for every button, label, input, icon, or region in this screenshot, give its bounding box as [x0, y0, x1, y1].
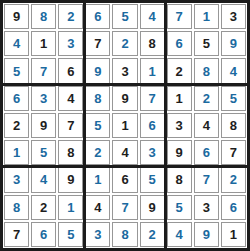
cell-r7c8[interactable]: 7 [194, 167, 219, 192]
cell-r6c8[interactable]: 6 [194, 140, 219, 165]
cell-r8c4[interactable]: 4 [85, 195, 110, 220]
cell-r6c7[interactable]: 9 [167, 140, 192, 165]
cell-r6c9[interactable]: 7 [221, 140, 246, 165]
cell-r7c7[interactable]: 8 [167, 167, 192, 192]
cell-r1c4[interactable]: 6 [85, 4, 110, 29]
box-divider-vertical-2 [164, 3, 167, 248]
cell-r8c3[interactable]: 1 [58, 195, 83, 220]
cell-r1c3[interactable]: 2 [58, 4, 83, 29]
cell-r8c2[interactable]: 2 [31, 195, 56, 220]
cell-r9c8[interactable]: 9 [194, 222, 219, 247]
cell-r4c8[interactable]: 2 [194, 86, 219, 111]
cell-r7c6[interactable]: 5 [140, 167, 165, 192]
cell-r1c7[interactable]: 7 [167, 4, 192, 29]
cell-r4c5[interactable]: 9 [112, 86, 137, 111]
cell-r4c9[interactable]: 5 [221, 86, 246, 111]
box-divider-vertical-1 [83, 3, 86, 248]
cell-r1c1[interactable]: 9 [4, 4, 29, 29]
cell-r8c6[interactable]: 9 [140, 195, 165, 220]
cell-r6c4[interactable]: 2 [85, 140, 110, 165]
cell-r5c9[interactable]: 8 [221, 113, 246, 138]
cell-r2c3[interactable]: 3 [58, 31, 83, 56]
cell-r2c4[interactable]: 7 [85, 31, 110, 56]
cell-r5c4[interactable]: 5 [85, 113, 110, 138]
sudoku-grid: 9826547134137286595769312846348971252975… [3, 3, 247, 248]
cell-r2c8[interactable]: 5 [194, 31, 219, 56]
cell-r3c5[interactable]: 3 [112, 58, 137, 83]
cell-r8c9[interactable]: 6 [221, 195, 246, 220]
cell-r1c8[interactable]: 1 [194, 4, 219, 29]
cell-r1c9[interactable]: 3 [221, 4, 246, 29]
cell-r8c8[interactable]: 3 [194, 195, 219, 220]
cell-r8c1[interactable]: 8 [4, 195, 29, 220]
cell-r7c3[interactable]: 9 [58, 167, 83, 192]
cell-r2c2[interactable]: 1 [31, 31, 56, 56]
cell-r9c1[interactable]: 7 [4, 222, 29, 247]
cell-r7c1[interactable]: 3 [4, 167, 29, 192]
cell-r9c9[interactable]: 1 [221, 222, 246, 247]
cell-r9c4[interactable]: 3 [85, 222, 110, 247]
cell-r9c5[interactable]: 8 [112, 222, 137, 247]
cell-r5c5[interactable]: 1 [112, 113, 137, 138]
cell-r1c5[interactable]: 5 [112, 4, 137, 29]
cell-r5c1[interactable]: 2 [4, 113, 29, 138]
cell-r6c2[interactable]: 5 [31, 140, 56, 165]
cell-r3c3[interactable]: 6 [58, 58, 83, 83]
cell-r7c2[interactable]: 4 [31, 167, 56, 192]
cell-r6c6[interactable]: 3 [140, 140, 165, 165]
cell-r2c1[interactable]: 4 [4, 31, 29, 56]
cell-r2c6[interactable]: 8 [140, 31, 165, 56]
cell-r9c6[interactable]: 2 [140, 222, 165, 247]
cell-r5c6[interactable]: 6 [140, 113, 165, 138]
cell-r3c9[interactable]: 4 [221, 58, 246, 83]
cell-r2c9[interactable]: 9 [221, 31, 246, 56]
cell-r7c9[interactable]: 2 [221, 167, 246, 192]
cell-r3c1[interactable]: 5 [4, 58, 29, 83]
cell-r5c8[interactable]: 4 [194, 113, 219, 138]
cell-r1c6[interactable]: 4 [140, 4, 165, 29]
cell-r5c2[interactable]: 9 [31, 113, 56, 138]
cell-r4c4[interactable]: 8 [85, 86, 110, 111]
cell-r5c7[interactable]: 3 [167, 113, 192, 138]
cell-r3c6[interactable]: 1 [140, 58, 165, 83]
cell-r4c7[interactable]: 1 [167, 86, 192, 111]
cell-r3c8[interactable]: 8 [194, 58, 219, 83]
cell-r4c3[interactable]: 4 [58, 86, 83, 111]
cell-r7c4[interactable]: 1 [85, 167, 110, 192]
cell-r2c5[interactable]: 2 [112, 31, 137, 56]
cell-r4c2[interactable]: 3 [31, 86, 56, 111]
sudoku-board: 9826547134137286595769312846348971252975… [0, 0, 250, 251]
cell-r7c5[interactable]: 6 [112, 167, 137, 192]
cell-r9c7[interactable]: 4 [167, 222, 192, 247]
cell-r6c5[interactable]: 4 [112, 140, 137, 165]
cell-r2c7[interactable]: 6 [167, 31, 192, 56]
cell-r6c1[interactable]: 1 [4, 140, 29, 165]
cell-r3c2[interactable]: 7 [31, 58, 56, 83]
cell-r4c1[interactable]: 6 [4, 86, 29, 111]
box-divider-horizontal-2 [3, 165, 247, 168]
box-divider-horizontal-1 [3, 83, 247, 86]
cell-r9c2[interactable]: 6 [31, 222, 56, 247]
cell-r1c2[interactable]: 8 [31, 4, 56, 29]
cell-r3c7[interactable]: 2 [167, 58, 192, 83]
cell-r3c4[interactable]: 9 [85, 58, 110, 83]
cell-r5c3[interactable]: 7 [58, 113, 83, 138]
cell-r8c5[interactable]: 7 [112, 195, 137, 220]
cell-r8c7[interactable]: 5 [167, 195, 192, 220]
cell-r9c3[interactable]: 5 [58, 222, 83, 247]
cell-r4c6[interactable]: 7 [140, 86, 165, 111]
cell-r6c3[interactable]: 8 [58, 140, 83, 165]
